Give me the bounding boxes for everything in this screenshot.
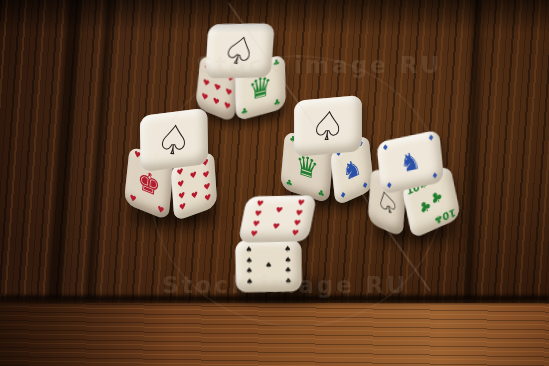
plank-shadow [0, 300, 175, 366]
watermark-text-top: Stock image RU [196, 52, 442, 78]
watermark-text-bottom: Stock image RU [162, 272, 408, 298]
photo-stage: ♥♥♥♥♥♥♥♥♥ ♛♣♣♣♣ ♤ ♚♥♥♥♥ ♥♥♥♥♥♥♥♥♥♥ ♤ ♛♣♣… [0, 0, 549, 366]
